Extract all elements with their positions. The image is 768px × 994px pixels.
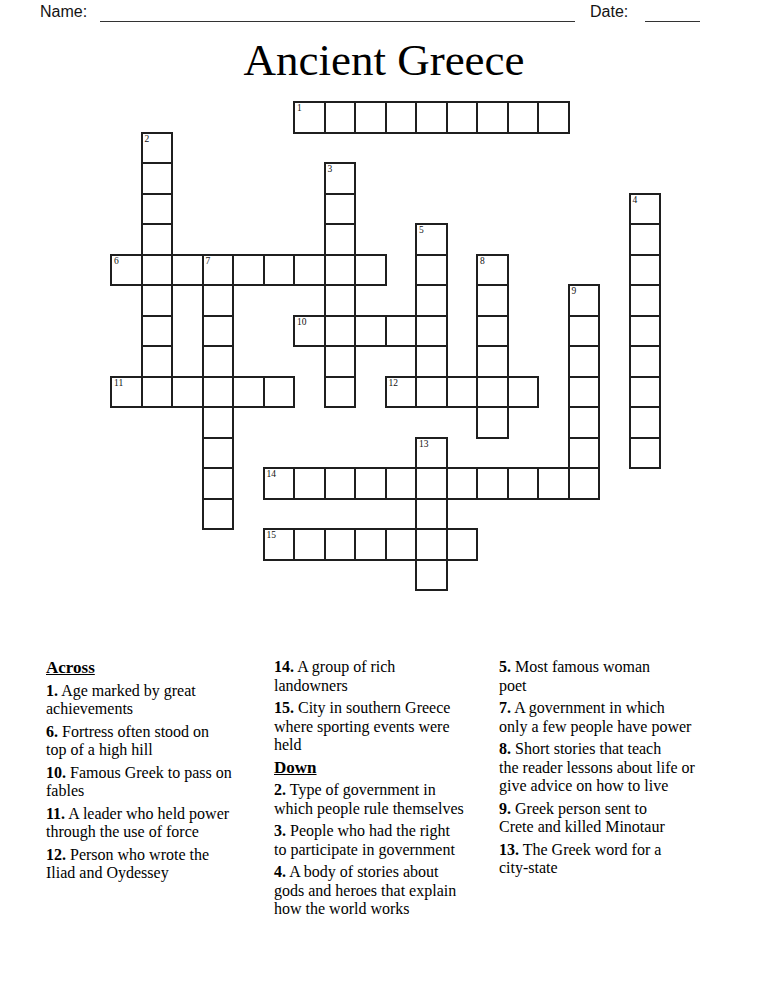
cell-number-6: 6 bbox=[114, 256, 119, 266]
grid-cell-r0c8[interactable] bbox=[354, 101, 387, 134]
clue-down-4: 4. A body of stories about gods and hero… bbox=[274, 863, 486, 919]
clue-across-12: 12. Person who wrote the Iliad and Oydes… bbox=[46, 846, 264, 883]
grid-cell-r6c1[interactable] bbox=[141, 284, 174, 317]
grid-cell-r7c8[interactable] bbox=[354, 315, 387, 348]
cell-number-9: 9 bbox=[572, 286, 577, 296]
clue-number: 11. bbox=[46, 805, 65, 822]
cell-number-2: 2 bbox=[145, 134, 150, 144]
cell-number-7: 7 bbox=[206, 256, 211, 266]
grid-cell-r5c7[interactable] bbox=[324, 254, 357, 287]
grid-cell-r14c7[interactable] bbox=[324, 528, 357, 561]
name-blank-line bbox=[100, 3, 575, 22]
clue-across-15: 15. City in southern Greece where sporti… bbox=[274, 699, 486, 755]
grid-cell-r6c10[interactable] bbox=[415, 284, 448, 317]
cell-number-5: 5 bbox=[419, 225, 424, 235]
clue-number: 7. bbox=[499, 699, 511, 716]
grid-cell-r5c6[interactable] bbox=[293, 254, 326, 287]
grid-cell-r14c11[interactable] bbox=[446, 528, 479, 561]
grid-cell-r0c9[interactable] bbox=[385, 101, 418, 134]
grid-cell-r12c5[interactable]: 14 bbox=[263, 467, 296, 500]
clue-number: 1. bbox=[46, 682, 58, 699]
grid-cell-r5c5[interactable] bbox=[263, 254, 296, 287]
crossword-grid: 123456789101112131415 bbox=[110, 101, 661, 591]
grid-cell-r5c12[interactable]: 8 bbox=[476, 254, 509, 287]
grid-cell-r5c1[interactable] bbox=[141, 254, 174, 287]
clue-text: Greek person sent to Crete and killed Mi… bbox=[499, 800, 665, 836]
grid-cell-r0c13[interactable] bbox=[507, 101, 540, 134]
cell-number-11: 11 bbox=[114, 378, 123, 388]
clue-text: Age marked by great achievements bbox=[46, 682, 196, 718]
grid-cell-r8c7[interactable] bbox=[324, 345, 357, 378]
grid-cell-r8c1[interactable] bbox=[141, 345, 174, 378]
cell-number-8: 8 bbox=[480, 256, 485, 266]
clue-number: 5. bbox=[499, 658, 511, 675]
grid-cell-r7c15[interactable] bbox=[568, 315, 601, 348]
grid-cell-r5c3[interactable]: 7 bbox=[202, 254, 235, 287]
clue-across-11: 11. A leader who held power through the … bbox=[46, 805, 264, 842]
clues-across-header: Across bbox=[46, 659, 264, 678]
cell-number-13: 13 bbox=[419, 439, 429, 449]
grid-cell-r3c17[interactable]: 4 bbox=[629, 193, 662, 226]
grid-cell-r9c4[interactable] bbox=[232, 376, 265, 409]
cell-number-3: 3 bbox=[328, 164, 333, 174]
grid-cell-r12c14[interactable] bbox=[537, 467, 570, 500]
grid-cell-r9c11[interactable] bbox=[446, 376, 479, 409]
grid-cell-r11c10[interactable]: 13 bbox=[415, 437, 448, 470]
grid-cell-r10c15[interactable] bbox=[568, 406, 601, 439]
cell-number-4: 4 bbox=[633, 195, 638, 205]
grid-cell-r3c1[interactable] bbox=[141, 193, 174, 226]
grid-cell-r7c7[interactable] bbox=[324, 315, 357, 348]
clue-number: 13. bbox=[499, 841, 519, 858]
grid-cell-r5c17[interactable] bbox=[629, 254, 662, 287]
grid-cell-r0c7[interactable] bbox=[324, 101, 357, 134]
grid-cell-r9c10[interactable] bbox=[415, 376, 448, 409]
clue-number: 6. bbox=[46, 723, 58, 740]
grid-cell-r12c11[interactable] bbox=[446, 467, 479, 500]
clue-down-2: 2. Type of government in which people ru… bbox=[274, 781, 486, 818]
cell-number-14: 14 bbox=[267, 469, 277, 479]
grid-cell-r8c15[interactable] bbox=[568, 345, 601, 378]
grid-cell-r12c8[interactable] bbox=[354, 467, 387, 500]
grid-cell-r5c10[interactable] bbox=[415, 254, 448, 287]
grid-cell-r9c13[interactable] bbox=[507, 376, 540, 409]
grid-cell-r2c7[interactable]: 3 bbox=[324, 162, 357, 195]
grid-cell-r14c10[interactable] bbox=[415, 528, 448, 561]
grid-cell-r9c12[interactable] bbox=[476, 376, 509, 409]
clue-number: 2. bbox=[274, 781, 286, 798]
clue-text: City in southern Greece where sporting e… bbox=[274, 699, 450, 753]
clue-number: 4. bbox=[274, 863, 286, 880]
grid-cell-r9c17[interactable] bbox=[629, 376, 662, 409]
grid-cell-r11c15[interactable] bbox=[568, 437, 601, 470]
clue-number: 3. bbox=[274, 822, 286, 839]
grid-cell-r10c17[interactable] bbox=[629, 406, 662, 439]
date-blank-line bbox=[645, 3, 700, 22]
grid-cell-r6c15[interactable]: 9 bbox=[568, 284, 601, 317]
grid-cell-r9c9[interactable]: 12 bbox=[385, 376, 418, 409]
grid-cell-r7c6[interactable]: 10 bbox=[293, 315, 326, 348]
clue-text: Most famous woman poet bbox=[499, 658, 650, 694]
clue-down-8: 8. Short stories that teach the reader l… bbox=[499, 740, 731, 796]
clue-number: 10. bbox=[46, 764, 66, 781]
grid-cell-r0c10[interactable] bbox=[415, 101, 448, 134]
clue-down-3: 3. People who had the right to participa… bbox=[274, 822, 486, 859]
grid-cell-r9c2[interactable] bbox=[171, 376, 204, 409]
clue-down-13: 13. The Greek word for a city-state bbox=[499, 841, 731, 878]
grid-cell-r4c1[interactable] bbox=[141, 223, 174, 256]
name-label: Name: bbox=[40, 3, 87, 21]
grid-cell-r12c7[interactable] bbox=[324, 467, 357, 500]
clue-text: A body of stories about gods and heroes … bbox=[274, 863, 456, 917]
grid-cell-r4c7[interactable] bbox=[324, 223, 357, 256]
grid-cell-r10c12[interactable] bbox=[476, 406, 509, 439]
grid-cell-r4c17[interactable] bbox=[629, 223, 662, 256]
grid-cell-r6c12[interactable] bbox=[476, 284, 509, 317]
clue-number: 12. bbox=[46, 846, 66, 863]
grid-cell-r0c11[interactable] bbox=[446, 101, 479, 134]
clue-across-10: 10. Famous Greek to pass on fables bbox=[46, 764, 264, 801]
clue-text: People who had the right to participate … bbox=[274, 822, 455, 858]
grid-cell-r6c17[interactable] bbox=[629, 284, 662, 317]
clue-number: 15. bbox=[274, 699, 294, 716]
clue-text: Short stories that teach the reader less… bbox=[499, 740, 695, 794]
cell-number-10: 10 bbox=[297, 317, 307, 327]
clue-across-6: 6. Fortress often stood on top of a high… bbox=[46, 723, 264, 760]
clue-text: A government in which only a few people … bbox=[499, 699, 691, 735]
clue-across-1: 1. Age marked by great achievements bbox=[46, 682, 264, 719]
grid-cell-r5c4[interactable] bbox=[232, 254, 265, 287]
clue-column-left: Across1. Age marked by great achievement… bbox=[46, 658, 264, 887]
grid-cell-r4c10[interactable]: 5 bbox=[415, 223, 448, 256]
grid-cell-r12c10[interactable] bbox=[415, 467, 448, 500]
grid-cell-r11c17[interactable] bbox=[629, 437, 662, 470]
grid-cell-r9c15[interactable] bbox=[568, 376, 601, 409]
grid-cell-r14c5[interactable]: 15 bbox=[263, 528, 296, 561]
cell-number-12: 12 bbox=[389, 378, 399, 388]
grid-cell-r7c9[interactable] bbox=[385, 315, 418, 348]
grid-cell-r0c6[interactable]: 1 bbox=[293, 101, 326, 134]
grid-cell-r6c3[interactable] bbox=[202, 284, 235, 317]
grid-cell-r8c12[interactable] bbox=[476, 345, 509, 378]
clue-text: Person who wrote the Iliad and Oydessey bbox=[46, 846, 209, 882]
clue-text: A leader who held power through the use … bbox=[46, 805, 229, 841]
date-label: Date: bbox=[590, 3, 628, 21]
grid-cell-r12c12[interactable] bbox=[476, 467, 509, 500]
grid-cell-r8c10[interactable] bbox=[415, 345, 448, 378]
grid-cell-r11c3[interactable] bbox=[202, 437, 235, 470]
clue-number: 9. bbox=[499, 800, 511, 817]
grid-cell-r1c1[interactable]: 2 bbox=[141, 132, 174, 165]
grid-cell-r15c10[interactable] bbox=[415, 559, 448, 592]
grid-cell-r8c3[interactable] bbox=[202, 345, 235, 378]
grid-cell-r5c2[interactable] bbox=[171, 254, 204, 287]
grid-cell-r9c3[interactable] bbox=[202, 376, 235, 409]
grid-cell-r14c9[interactable] bbox=[385, 528, 418, 561]
grid-cell-r9c1[interactable] bbox=[141, 376, 174, 409]
grid-cell-r9c0[interactable]: 11 bbox=[110, 376, 143, 409]
clue-down-7: 7. A government in which only a few peop… bbox=[499, 699, 731, 736]
grid-cell-r5c8[interactable] bbox=[354, 254, 387, 287]
clue-text: Fortress often stood on top of a high hi… bbox=[46, 723, 209, 759]
clues-down-header: Down bbox=[274, 759, 486, 778]
clue-text: Type of government in which people rule … bbox=[274, 781, 464, 817]
grid-cell-r0c12[interactable] bbox=[476, 101, 509, 134]
grid-cell-r14c8[interactable] bbox=[354, 528, 387, 561]
clue-column-right: 5. Most famous woman poet7. A government… bbox=[499, 658, 731, 882]
grid-cell-r8c17[interactable] bbox=[629, 345, 662, 378]
clue-number: 14. bbox=[274, 658, 294, 675]
grid-cell-r7c1[interactable] bbox=[141, 315, 174, 348]
grid-cell-r5c0[interactable]: 6 bbox=[110, 254, 143, 287]
grid-cell-r12c9[interactable] bbox=[385, 467, 418, 500]
grid-cell-r0c14[interactable] bbox=[537, 101, 570, 134]
grid-cell-r13c10[interactable] bbox=[415, 498, 448, 531]
clue-down-9: 9. Greek person sent to Crete and killed… bbox=[499, 800, 731, 837]
grid-cell-r2c1[interactable] bbox=[141, 162, 174, 195]
grid-cell-r12c3[interactable] bbox=[202, 467, 235, 500]
grid-cell-r7c17[interactable] bbox=[629, 315, 662, 348]
grid-cell-r7c10[interactable] bbox=[415, 315, 448, 348]
clue-down-5: 5. Most famous woman poet bbox=[499, 658, 731, 695]
grid-cell-r7c3[interactable] bbox=[202, 315, 235, 348]
grid-cell-r9c5[interactable] bbox=[263, 376, 296, 409]
grid-cell-r12c15[interactable] bbox=[568, 467, 601, 500]
grid-cell-r12c13[interactable] bbox=[507, 467, 540, 500]
grid-cell-r7c12[interactable] bbox=[476, 315, 509, 348]
grid-cell-r3c7[interactable] bbox=[324, 193, 357, 226]
grid-cell-r6c7[interactable] bbox=[324, 284, 357, 317]
grid-cell-r12c6[interactable] bbox=[293, 467, 326, 500]
clue-across-14: 14. A group of rich landowners bbox=[274, 658, 486, 695]
puzzle-title: Ancient Greece bbox=[0, 34, 768, 86]
clue-number: 8. bbox=[499, 740, 511, 757]
clue-column-middle: 14. A group of rich landowners15. City i… bbox=[274, 658, 486, 923]
grid-cell-r9c7[interactable] bbox=[324, 376, 357, 409]
grid-cell-r13c3[interactable] bbox=[202, 498, 235, 531]
cell-number-1: 1 bbox=[297, 103, 302, 113]
grid-cell-r14c6[interactable] bbox=[293, 528, 326, 561]
clue-text: The Greek word for a city-state bbox=[499, 841, 661, 877]
cell-number-15: 15 bbox=[267, 530, 277, 540]
clue-text: Famous Greek to pass on fables bbox=[46, 764, 232, 800]
grid-cell-r10c3[interactable] bbox=[202, 406, 235, 439]
